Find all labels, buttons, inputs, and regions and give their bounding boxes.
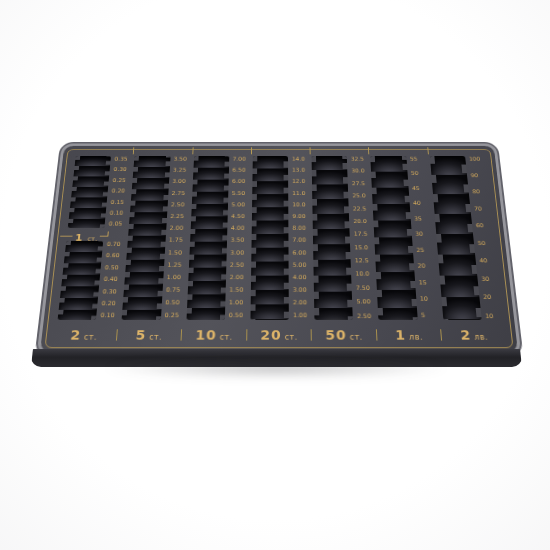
capacity-marking: 0.25	[112, 178, 130, 183]
label-unit: ст.	[350, 333, 363, 341]
capacity-marking: 13.0	[292, 168, 309, 173]
label-num: 50	[325, 327, 347, 342]
coin-slot-channel	[312, 156, 354, 320]
capacity-marking: 40	[479, 258, 498, 264]
capacity-marking: 2.00	[170, 226, 188, 231]
column-50-stotinki: 32.530.027.525.022.520.017.515.012.510.0…	[312, 156, 376, 320]
capacity-marking: 5	[421, 313, 440, 319]
capacity-marking: 9.00	[292, 214, 310, 219]
coin-slot-channel	[68, 156, 111, 228]
capacity-marking: 90	[470, 173, 488, 178]
top-tick-mark	[251, 147, 252, 154]
capacity-marking: 6.50	[232, 168, 249, 173]
capacity-marking: 3.00	[293, 287, 311, 293]
divider-line	[60, 235, 72, 236]
denomination-label-1-and-2-stotinki: 2ст.	[51, 327, 116, 342]
capacity-marking: 1.25	[167, 262, 185, 268]
column-sections: 555045403530252015105	[371, 156, 441, 320]
column-10-stotinki: 7.006.506.005.505.004.504.003.503.002.50…	[186, 156, 250, 320]
capacity-marking: 35	[414, 216, 432, 221]
denomination-label-20-stotinki: 20ст.	[247, 327, 311, 342]
coin-slot-channel	[186, 156, 229, 320]
section: 3.503.253.002.752.502.252.001.751.501.25…	[122, 156, 191, 320]
capacity-marking: 8.00	[292, 226, 310, 231]
column-20-stotinki: 14.013.012.011.010.09.008.007.006.005.00…	[250, 156, 311, 320]
label-1-stotinka: 1 ст.	[60, 229, 110, 243]
mid-label-unit: ст.	[87, 235, 97, 242]
label-num: 2	[460, 327, 472, 342]
denomination-labels-row: 2ст.5ст.10ст.20ст.50ст.1лв.2лв.	[51, 324, 508, 347]
label-num: 1	[395, 327, 407, 342]
coin-slot-channel	[58, 241, 104, 320]
capacity-marking: 14.0	[292, 157, 309, 162]
capacity-marking: 30	[415, 232, 433, 238]
capacity-marking: 0.30	[102, 289, 121, 295]
capacity-marking: 20	[417, 263, 436, 269]
label-unit: ст.	[84, 333, 98, 341]
capacity-marking: 2.50	[230, 262, 248, 268]
top-tick-mark	[427, 147, 428, 154]
denomination-label-1-lev: 1лв.	[377, 327, 442, 342]
capacity-marking: 0.75	[166, 287, 185, 293]
capacity-marking: 2.50	[357, 313, 376, 319]
column-sections: 100908070605040302010	[430, 156, 505, 320]
capacity-marking: 7.00	[292, 238, 310, 244]
column-sections: 3.503.253.002.752.502.252.001.751.501.25…	[122, 156, 191, 320]
section: 32.530.027.525.022.520.017.515.012.510.0…	[312, 156, 376, 320]
capacity-marking: 2.75	[172, 191, 190, 196]
capacity-marking: 32.5	[351, 157, 368, 162]
capacity-marking: 3.00	[172, 179, 190, 184]
capacity-marking: 55	[410, 157, 428, 162]
capacity-marking: 1.00	[229, 300, 248, 306]
denomination-label-10-stotinki: 10ст.	[182, 327, 247, 342]
capacity-marking: 50	[411, 171, 429, 176]
top-tick-mark	[133, 147, 134, 154]
capacity-marking: 20	[483, 294, 502, 300]
top-tick-mark	[310, 147, 311, 154]
capacity-marking: 0.10	[100, 313, 119, 319]
capacity-marking: 25.0	[352, 193, 370, 198]
capacity-marking: 0.20	[111, 189, 129, 194]
capacity-marking: 0.35	[114, 157, 132, 162]
capacity-marking: 80	[472, 189, 490, 194]
mid-label-text: 1 ст.	[75, 228, 99, 244]
capacity-marking: 3.25	[173, 168, 191, 173]
capacity-marking: 0.40	[104, 277, 123, 283]
capacity-marking: 5.00	[292, 262, 310, 268]
capacity-markings: 0.350.300.250.200.150.100.05	[107, 156, 133, 228]
label-unit: ст.	[285, 333, 298, 341]
capacity-marking: 1.00	[293, 313, 312, 319]
capacity-marking: 100	[469, 157, 487, 162]
capacity-marking: 10.0	[292, 202, 310, 207]
capacity-marking: 10	[485, 313, 504, 319]
capacity-marking: 5.50	[232, 191, 250, 196]
capacity-marking: 0.25	[164, 313, 183, 319]
label-unit: ст.	[219, 333, 232, 341]
capacity-marking: 45	[412, 186, 430, 191]
capacity-marking: 7.50	[356, 285, 375, 291]
capacity-marking: 5.00	[231, 202, 249, 207]
coin-columns: 0.350.300.250.200.150.100.050.700.600.50…	[58, 156, 505, 320]
capacity-marking: 1.50	[229, 287, 248, 293]
capacity-marking: 11.0	[292, 191, 310, 196]
capacity-marking: 0.15	[110, 200, 128, 205]
section: 14.013.012.011.010.09.008.007.006.005.00…	[250, 156, 311, 320]
section: 7.006.506.005.505.004.504.003.503.002.50…	[186, 156, 250, 320]
capacity-marking: 0.60	[106, 253, 125, 259]
capacity-markings: 0.700.600.500.400.300.200.10	[98, 241, 125, 320]
capacity-marking: 2.00	[230, 275, 248, 281]
capacity-marking: 0.20	[101, 301, 120, 307]
capacity-marking: 40	[413, 201, 431, 206]
capacity-marking: 2.50	[171, 202, 189, 207]
capacity-marking: 0.05	[108, 222, 126, 227]
capacity-marking: 27.5	[352, 181, 370, 186]
capacity-marking: 7.00	[233, 157, 250, 162]
capacity-marking: 12.0	[292, 179, 309, 184]
capacity-marking: 6.00	[292, 250, 310, 256]
capacity-markings: 7.006.506.005.505.004.504.003.503.002.50…	[227, 156, 250, 320]
capacity-marking: 6.00	[232, 179, 250, 184]
section: 0.350.300.250.200.150.100.05	[68, 156, 132, 228]
mid-label-num: 1	[75, 232, 84, 243]
section: 100908070605040302010	[430, 156, 505, 320]
capacity-marking: 17.5	[354, 232, 372, 238]
capacity-marking: 0.10	[109, 211, 127, 216]
photo-background: 0.350.300.250.200.150.100.050.700.600.50…	[0, 0, 550, 550]
label-num: 10	[195, 327, 217, 342]
capacity-marking: 15	[419, 280, 438, 286]
denomination-label-2-leva: 2лв.	[441, 327, 506, 342]
capacity-marking: 1.50	[168, 250, 186, 256]
capacity-marking: 22.5	[353, 206, 371, 211]
coin-slot-channel	[250, 156, 289, 320]
capacity-marking: 5.00	[356, 299, 375, 305]
top-tick-mark	[368, 147, 369, 154]
capacity-marking: 15.0	[354, 245, 372, 251]
capacity-marking: 3.50	[231, 238, 249, 244]
top-tick-mark	[192, 147, 193, 154]
capacity-marking: 10	[420, 296, 439, 302]
capacity-marking: 3.50	[173, 157, 190, 162]
shadow	[26, 356, 526, 386]
label-unit: лв.	[474, 333, 489, 341]
capacity-marking: 10.0	[355, 272, 374, 278]
capacity-marking: 30	[481, 276, 500, 282]
section: 0.700.600.500.400.300.200.10	[58, 241, 126, 320]
capacity-marking: 4.50	[231, 214, 249, 219]
capacity-marking: 50	[477, 240, 496, 246]
capacity-marking: 0.50	[165, 300, 184, 306]
capacity-marking: 3.00	[230, 250, 248, 256]
coin-tray-top-face: 0.350.300.250.200.150.100.050.700.600.50…	[40, 146, 518, 352]
capacity-marking: 1.00	[167, 275, 186, 281]
label-num: 2	[70, 327, 82, 342]
capacity-marking: 4.00	[293, 275, 311, 281]
column-1-lev: 555045403530252015105	[371, 156, 441, 320]
denomination-label-50-stotinki: 50ст.	[312, 327, 377, 342]
label-num: 5	[135, 327, 147, 342]
capacity-marking: 0.50	[229, 313, 248, 319]
capacity-marking: 70	[474, 206, 492, 211]
capacity-markings: 14.013.012.011.010.09.008.007.006.005.00…	[290, 156, 312, 320]
capacity-marking: 12.5	[355, 258, 373, 264]
column-sections: 32.530.027.525.022.520.017.515.012.510.0…	[312, 156, 376, 320]
capacity-marking: 20.0	[353, 219, 371, 224]
capacity-marking: 2.25	[170, 214, 188, 219]
capacity-marking: 2.00	[293, 300, 312, 306]
capacity-marking: 4.00	[231, 226, 249, 231]
capacity-marking: 0.70	[107, 242, 125, 248]
label-unit: лв.	[409, 333, 423, 341]
capacity-marking: 60	[476, 223, 494, 228]
capacity-marking: 1.75	[169, 238, 187, 244]
capacity-marking: 0.50	[105, 265, 124, 271]
column-sections: 7.006.506.005.505.004.504.003.503.002.50…	[186, 156, 250, 320]
capacity-marking: 30.0	[351, 169, 369, 174]
column-sections: 14.013.012.011.010.09.008.007.006.005.00…	[250, 156, 311, 320]
label-unit: ст.	[149, 333, 163, 341]
column-2-leva: 100908070605040302010	[430, 156, 505, 320]
corner-bracket	[100, 231, 109, 236]
column-5-stotinki: 3.503.253.002.752.502.252.001.751.501.25…	[122, 156, 191, 320]
capacity-marking: 25	[416, 247, 434, 253]
denomination-label-5-stotinki: 5ст.	[116, 327, 181, 342]
section: 555045403530252015105	[371, 156, 441, 320]
capacity-marking: 0.30	[113, 167, 131, 172]
label-num: 20	[260, 327, 281, 342]
